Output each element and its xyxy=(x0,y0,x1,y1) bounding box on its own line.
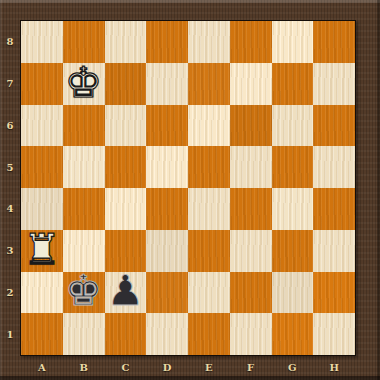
square-b3[interactable] xyxy=(63,230,105,272)
square-f4[interactable] xyxy=(230,188,272,230)
square-e7[interactable] xyxy=(188,63,230,105)
square-g1[interactable] xyxy=(272,313,314,355)
square-a8[interactable] xyxy=(21,21,63,63)
file-label-a: A xyxy=(21,356,63,378)
file-label-f: F xyxy=(230,356,272,378)
rank-label-4: 4 xyxy=(0,188,20,230)
square-c3[interactable] xyxy=(105,230,147,272)
square-f6[interactable] xyxy=(230,105,272,147)
square-g2[interactable] xyxy=(272,272,314,314)
square-e5[interactable] xyxy=(188,146,230,188)
square-h4[interactable] xyxy=(313,188,355,230)
square-b7[interactable]: ♚ xyxy=(63,63,105,105)
square-e1[interactable] xyxy=(188,313,230,355)
square-g8[interactable] xyxy=(272,21,314,63)
rank-label-1: 1 xyxy=(0,313,20,355)
square-d1[interactable] xyxy=(146,313,188,355)
square-e6[interactable] xyxy=(188,105,230,147)
square-c6[interactable] xyxy=(105,105,147,147)
square-e8[interactable] xyxy=(188,21,230,63)
rank-label-7: 7 xyxy=(0,63,20,105)
square-h7[interactable] xyxy=(313,63,355,105)
square-a1[interactable] xyxy=(21,313,63,355)
square-a4[interactable] xyxy=(21,188,63,230)
square-c2[interactable]: ♟ xyxy=(105,272,147,314)
square-f7[interactable] xyxy=(230,63,272,105)
rank-label-5: 5 xyxy=(0,146,20,188)
square-h2[interactable] xyxy=(313,272,355,314)
square-d2[interactable] xyxy=(146,272,188,314)
file-label-h: H xyxy=(313,356,355,378)
square-c4[interactable] xyxy=(105,188,147,230)
square-f2[interactable] xyxy=(230,272,272,314)
square-a6[interactable] xyxy=(21,105,63,147)
file-label-g: G xyxy=(272,356,314,378)
chess-board: ♚♜♚♟ xyxy=(20,20,356,356)
frame-bevel-top xyxy=(0,0,380,3)
square-c1[interactable] xyxy=(105,313,147,355)
file-label-e: E xyxy=(188,356,230,378)
square-a3[interactable]: ♜ xyxy=(21,230,63,272)
square-g5[interactable] xyxy=(272,146,314,188)
square-c7[interactable] xyxy=(105,63,147,105)
square-b8[interactable] xyxy=(63,21,105,63)
square-c5[interactable] xyxy=(105,146,147,188)
square-h1[interactable] xyxy=(313,313,355,355)
square-e3[interactable] xyxy=(188,230,230,272)
square-b2[interactable]: ♚ xyxy=(63,272,105,314)
square-e2[interactable] xyxy=(188,272,230,314)
square-d3[interactable] xyxy=(146,230,188,272)
white-rook[interactable]: ♜ xyxy=(23,230,61,271)
square-a5[interactable] xyxy=(21,146,63,188)
square-f5[interactable] xyxy=(230,146,272,188)
square-f8[interactable] xyxy=(230,21,272,63)
chess-board-frame: ♚♜♚♟ 87654321ABCDEFGH xyxy=(0,0,380,380)
square-d5[interactable] xyxy=(146,146,188,188)
square-h3[interactable] xyxy=(313,230,355,272)
rank-label-8: 8 xyxy=(0,21,20,63)
square-a2[interactable] xyxy=(21,272,63,314)
square-f1[interactable] xyxy=(230,313,272,355)
square-g3[interactable] xyxy=(272,230,314,272)
file-label-d: D xyxy=(146,356,188,378)
black-pawn[interactable]: ♟ xyxy=(107,272,145,313)
square-f3[interactable] xyxy=(230,230,272,272)
square-d6[interactable] xyxy=(146,105,188,147)
file-label-b: B xyxy=(63,356,105,378)
square-b6[interactable] xyxy=(63,105,105,147)
square-h8[interactable] xyxy=(313,21,355,63)
black-king[interactable]: ♚ xyxy=(65,272,103,313)
square-d7[interactable] xyxy=(146,63,188,105)
file-label-c: C xyxy=(105,356,147,378)
square-e4[interactable] xyxy=(188,188,230,230)
square-b4[interactable] xyxy=(63,188,105,230)
square-d8[interactable] xyxy=(146,21,188,63)
square-d4[interactable] xyxy=(146,188,188,230)
square-g6[interactable] xyxy=(272,105,314,147)
square-b1[interactable] xyxy=(63,313,105,355)
square-b5[interactable] xyxy=(63,146,105,188)
square-c8[interactable] xyxy=(105,21,147,63)
square-a7[interactable] xyxy=(21,63,63,105)
rank-label-6: 6 xyxy=(0,105,20,147)
rank-label-3: 3 xyxy=(0,230,20,272)
white-king[interactable]: ♚ xyxy=(65,63,103,104)
square-g7[interactable] xyxy=(272,63,314,105)
square-h5[interactable] xyxy=(313,146,355,188)
square-g4[interactable] xyxy=(272,188,314,230)
rank-label-2: 2 xyxy=(0,272,20,314)
square-h6[interactable] xyxy=(313,105,355,147)
